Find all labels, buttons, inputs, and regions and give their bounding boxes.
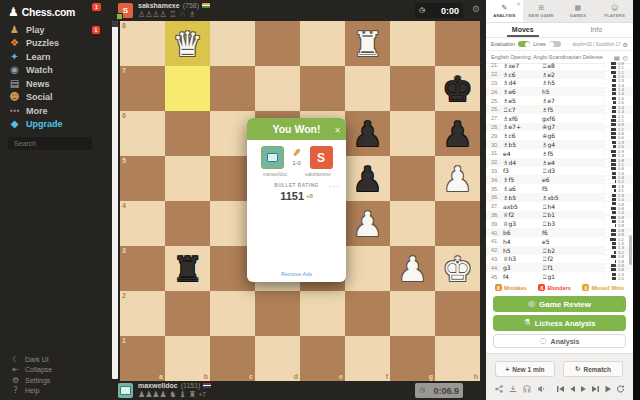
engine-controls: Evaluation Lines depth=20 | Stockfish 17… [486, 38, 633, 51]
square-h3[interactable]: ♚ [435, 246, 480, 291]
sidebar-item-label: Puzzles [26, 38, 59, 48]
mistakes-badge[interactable]: 8Mistakes [495, 284, 527, 291]
move-evaluation: 1.33.2 [604, 246, 626, 254]
square-h7[interactable]: ♚ [435, 66, 480, 111]
move-white[interactable]: ♕f2 [503, 211, 542, 218]
sidebar-item-label: More [26, 106, 48, 116]
move-white[interactable]: ♗xf6 [503, 115, 542, 122]
piece-bP-h6[interactable]: ♟ [435, 111, 480, 156]
rank-label: 6 [122, 112, 126, 119]
rematch-icon: ↻ [575, 365, 580, 373]
rank-label: 3 [122, 247, 126, 254]
close-tab-icon[interactable]: ✕ [516, 1, 521, 7]
material-advantage: +7 [198, 391, 205, 398]
move-white[interactable]: ♗a6 [503, 185, 542, 192]
bullet-rating: 1151 [280, 190, 304, 202]
rating-delta: +8 [306, 193, 313, 199]
move-evaluation: 0.81.1 [604, 158, 626, 166]
square-g1[interactable]: g [390, 336, 435, 381]
move-evaluation: 0.91.3 [604, 150, 626, 158]
panel-tab-games[interactable]: ▦Games [560, 0, 597, 22]
move-evaluation: 1.41.4 [604, 88, 626, 96]
square-e2[interactable] [300, 291, 345, 336]
game-result: 1-0 [292, 160, 301, 166]
square-c2[interactable] [210, 291, 255, 336]
moon-icon: ☾ [10, 355, 21, 364]
evaluation-toggle[interactable] [518, 41, 530, 47]
share-icon[interactable] [495, 385, 503, 393]
rank-label: 8 [122, 22, 126, 29]
move-row[interactable]: 24.♗e6h51.41.4 [486, 87, 633, 96]
move-evaluation: 0.80.8 [604, 264, 626, 272]
bottom-player-name[interactable]: maxwelldoc [138, 382, 178, 389]
game-over-modal: You Won! ✕ 1-0 S ··· maxwelldoc sakshame… [247, 118, 346, 282]
blunders-count: 8 [538, 284, 545, 291]
top-player-bar: S sakshamexe (758) ♙♙♙♙ ♖ ♘ ♗ ◷ 0:00 ⚙ [105, 0, 486, 21]
move-evaluation: 0.91.1 [604, 123, 626, 131]
rank-label: 7 [122, 67, 126, 74]
move-white[interactable]: ♗c6 [503, 71, 542, 78]
move-black[interactable]: ♖g1 [542, 273, 581, 280]
bottom-player-avatar[interactable] [118, 383, 133, 398]
move-row[interactable]: 21.♗xe7♖e80.81.1 [486, 61, 633, 70]
square-h4[interactable] [435, 201, 480, 246]
move-black[interactable]: ♖f1 [542, 264, 581, 271]
missed-badge[interactable]: 0Missed Wins [582, 284, 624, 291]
move-row[interactable]: 36.♗b5♗xb51.91.4 [486, 193, 633, 202]
square-g8[interactable] [390, 21, 435, 66]
social-icon: ☻ [8, 92, 21, 102]
move-evaluation: 1.42.0 [604, 273, 626, 281]
top-captured-pieces: ♙♙♙♙ ♖ ♘ ♗ [138, 10, 196, 19]
analysis-tab-icon: ✎ [501, 5, 507, 12]
jump-end-icon[interactable] [591, 385, 600, 393]
tab-info[interactable]: Info [560, 23, 634, 37]
square-b4[interactable] [165, 201, 210, 246]
move-white[interactable]: e4 [503, 150, 542, 157]
move-row[interactable]: 25.♗e5♗e71.62.6 [486, 96, 633, 105]
move-white[interactable]: f3 [503, 167, 542, 174]
footer-item-dark-ui[interactable]: ☾Dark UI [0, 354, 105, 365]
move-row[interactable]: 42.h5♖b21.33.2 [486, 246, 633, 255]
square-a1[interactable]: 1a [120, 336, 165, 381]
square-a8[interactable]: 8 [120, 21, 165, 66]
piece-wK-h3[interactable]: ♚ [435, 246, 480, 291]
move-black[interactable]: ♖f2 [542, 255, 581, 262]
sidebar-item-label: Play [26, 25, 45, 35]
move-black[interactable]: ♗g4 [542, 141, 581, 148]
move-black[interactable]: ♗f5 [542, 106, 581, 113]
move-row[interactable]: 23.♗d4♗h51.91.4 [486, 79, 633, 88]
move-row[interactable]: 27.♗xf6gxf61.51.1 [486, 114, 633, 123]
square-f5[interactable]: ♟ [345, 156, 390, 201]
move-evaluation: 1.85.2 [604, 176, 626, 184]
rank-label: 1 [122, 337, 126, 344]
top-player-clock: ◷ 0:00 [415, 3, 463, 18]
square-g2[interactable] [390, 291, 435, 336]
bottom-captured-pieces: ♟♟♟♟ ♞ ♝ ♜ [138, 390, 196, 399]
move-white[interactable]: ♗b5 [503, 194, 542, 201]
square-a6[interactable]: 6 [120, 111, 165, 156]
file-label: a [159, 373, 163, 380]
game-review-button[interactable]: ◎ Game Review [493, 296, 626, 312]
piece-bP-f6[interactable]: ♟ [345, 111, 390, 156]
move-black[interactable]: ♗e2 [542, 71, 581, 78]
move-black[interactable]: ♖e8 [542, 62, 581, 69]
square-h6[interactable]: ♟ [435, 111, 480, 156]
move-row[interactable]: 35.♗a6f51.83.1 [486, 184, 633, 193]
sidebar-item-news[interactable]: ▤News [0, 77, 105, 91]
footer-item-help[interactable]: ?Help [0, 386, 105, 397]
modal-header: You Won! ✕ [247, 118, 346, 140]
clock-icon: ◷ [419, 7, 425, 14]
netherlands-flag-icon [203, 383, 211, 388]
file-label: b [204, 373, 208, 380]
move-black[interactable]: f6 [542, 229, 581, 236]
loser-avatar[interactable]: S [310, 146, 333, 169]
panel-tabs: ✎Analysis✕⊞New Game▦Games☺Players [486, 0, 633, 23]
rank-label: 2 [122, 292, 126, 299]
move-black[interactable]: gxf6 [542, 115, 581, 122]
move-evaluation: 0.80.8 [604, 229, 626, 237]
evaluation-bar [112, 21, 118, 379]
autoplay-icon[interactable] [604, 385, 612, 393]
square-a7[interactable]: 7 [120, 66, 165, 111]
sidebar-nav: ♟Play1❖Puzzles✦Learn◉Watch▤News☻Social⋯M… [0, 23, 105, 131]
jump-start-icon[interactable] [556, 385, 565, 393]
square-d2[interactable] [255, 291, 300, 336]
move-black[interactable]: ♗h5 [542, 79, 581, 86]
move-white[interactable]: ♗e6 [503, 88, 542, 95]
help-icon: ? [10, 386, 21, 395]
move-black[interactable]: ♖b2 [542, 247, 581, 254]
move-evaluation: 1.80.8 [604, 202, 626, 210]
rating-label: BULLET RATING [247, 183, 346, 188]
move-black[interactable]: e6 [542, 176, 581, 183]
rank-label: 5 [122, 157, 126, 164]
move-row[interactable]: 29.♗c6♔g60.80.6 [486, 131, 633, 140]
move-row[interactable]: 39.♕g3♖b31.85.8 [486, 219, 633, 228]
file-label: g [429, 373, 433, 380]
move-evaluation: 0.21.3 [604, 238, 626, 246]
evaluation-bar-black [112, 21, 118, 27]
sidebar-item-watch[interactable]: ◉Watch [0, 64, 105, 78]
learn-icon: ✦ [8, 52, 21, 62]
more-icon: ⋯ [8, 106, 21, 116]
india-flag-icon [202, 3, 210, 8]
move-row[interactable]: 31.e4♗f50.91.3 [486, 149, 633, 158]
engine-settings-gear-icon[interactable]: ⚙ [623, 41, 628, 48]
online-indicator [116, 13, 123, 20]
square-e7[interactable] [300, 66, 345, 111]
robot-avatar-face [120, 386, 131, 395]
piece-wP-h5[interactable]: ♟ [435, 156, 480, 201]
move-white[interactable]: ♗b5 [503, 141, 542, 148]
square-f2[interactable] [345, 291, 390, 336]
diamond-icon: ◆ [8, 119, 21, 129]
sidebar-item-puzzles[interactable]: ❖Puzzles [0, 37, 105, 51]
move-black[interactable]: h5 [542, 88, 581, 95]
square-d7[interactable] [255, 66, 300, 111]
sidebar-item-upgrade[interactable]: ◆Upgrade [0, 118, 105, 132]
square-f3[interactable] [345, 246, 390, 291]
move-black[interactable]: f5 [542, 185, 581, 192]
sidebar-item-more[interactable]: ⋯More [0, 104, 105, 118]
board-settings-gear-icon[interactable]: ⚙ [472, 4, 480, 14]
result-row: 1-0 S ··· [247, 146, 346, 169]
winner-avatar[interactable] [261, 146, 284, 169]
library-icon[interactable] [523, 385, 531, 393]
piece-bR-b3[interactable]: ♜ [165, 246, 210, 291]
piece-wP-g3[interactable]: ♟ [390, 246, 435, 291]
window-edge [633, 0, 640, 400]
move-black[interactable]: ♔g7 [542, 123, 581, 130]
footer-item-collapse[interactable]: ⇤Collapse [0, 365, 105, 376]
sidebar-item-label: Upgrade [26, 119, 63, 129]
board-area: S sakshamexe (758) ♙♙♙♙ ♖ ♘ ♗ ◷ 0:00 ⚙ 8… [105, 0, 486, 400]
rank-label: 4 [122, 202, 126, 209]
opening-name[interactable]: English Opening: Anglo-Scandinavian Defe… [491, 54, 603, 60]
square-f8[interactable]: ♜ [345, 21, 390, 66]
square-e8[interactable] [300, 21, 345, 66]
logo-text: Chess.com [22, 6, 75, 18]
chesscom-logo[interactable]: ♟ Chess.com 1 [0, 0, 105, 23]
top-player-avatar[interactable]: S [118, 3, 133, 18]
move-row[interactable]: 26.♖c7♗f51.41.3 [486, 105, 633, 114]
square-g7[interactable] [390, 66, 435, 111]
move-evaluation: 0.81.1 [604, 62, 626, 70]
move-white[interactable]: ♕g3 [503, 220, 542, 227]
bottom-player-clock: ◷ 0:06.9 [415, 383, 463, 398]
modal-title: You Won! [272, 123, 320, 135]
blunders-badge[interactable]: 8Blunders [538, 284, 570, 291]
sidebar-item-label: News [26, 79, 50, 89]
move-evaluation: 1.62.6 [604, 97, 626, 105]
move-black[interactable]: ♗e7 [542, 97, 581, 104]
piece-wP-f4[interactable]: ♟ [345, 201, 390, 246]
loop-icon[interactable] [616, 385, 625, 393]
gear-icon: ⚙ [10, 376, 21, 385]
move-row[interactable]: 30.♗b5♗g41.92.6 [486, 140, 633, 149]
file-label: f [386, 373, 388, 380]
move-black[interactable]: e5 [542, 238, 581, 245]
square-a2[interactable]: 2 [120, 291, 165, 336]
footer-item-settings[interactable]: ⚙Settings [0, 375, 105, 386]
square-b5[interactable] [165, 156, 210, 201]
move-row[interactable]: 41.h4e50.21.3 [486, 237, 633, 246]
square-b8[interactable]: ♛ [165, 21, 210, 66]
move-white[interactable]: g3 [503, 264, 542, 271]
square-d1[interactable]: d [255, 336, 300, 381]
square-f7[interactable] [345, 66, 390, 111]
move-white[interactable]: ♗d4 [503, 159, 542, 166]
file-label: d [294, 373, 298, 380]
panel-tab-analysis[interactable]: ✎Analysis✕ [486, 0, 523, 22]
sidebar-item-learn[interactable]: ✦Learn [0, 50, 105, 64]
square-h8[interactable] [435, 21, 480, 66]
tab-moves[interactable]: Moves [486, 23, 560, 37]
square-d8[interactable] [255, 21, 300, 66]
move-black[interactable]: ♔g6 [542, 132, 581, 139]
move-list: 21.♗xe7♖e80.81.122.♗c6♗e21.12.523.♗d4♗h5… [486, 61, 633, 281]
square-b7[interactable] [165, 66, 210, 111]
lines-toggle[interactable] [549, 41, 561, 47]
analysis-button[interactable]: ◌ Analysis [493, 334, 626, 348]
square-g3[interactable]: ♟ [390, 246, 435, 291]
file-label: e [339, 373, 343, 380]
move-white[interactable]: ♗c6 [503, 132, 542, 139]
move-evaluation: 1.83.1 [604, 185, 626, 193]
move-white[interactable]: ♗f5 [503, 176, 542, 183]
broadcast-icon[interactable] [537, 385, 545, 393]
square-f6[interactable]: ♟ [345, 111, 390, 156]
mistakes-count: 8 [495, 284, 502, 291]
bottom-player-rating: (1151) [181, 382, 201, 389]
panel-footer: + New 1 min ↻ Rematch [486, 353, 633, 400]
move-row[interactable]: 34.♗f5e61.85.2 [486, 175, 633, 184]
next-move-icon[interactable] [580, 385, 587, 393]
move-white[interactable]: ♗xe7 [503, 62, 542, 69]
news-icon: ▤ [8, 79, 21, 89]
close-icon[interactable]: ✕ [334, 120, 341, 142]
move-black[interactable]: ♗e4 [542, 159, 581, 166]
sidebar-item-label: Social [26, 92, 53, 102]
square-b6[interactable] [165, 111, 210, 156]
sidebar-footer: ☾Dark UI⇤Collapse⚙Settings?Help [0, 354, 105, 396]
opening-explorer-icon[interactable]: ◴ [623, 54, 628, 61]
sidebar-item-label: Learn [26, 52, 51, 62]
analysis-panel: ✎Analysis✕⊞New Game▦Games☺Players Moves … [486, 0, 633, 400]
panel-tab-players[interactable]: ☺Players [596, 0, 633, 22]
clock-icon: ◷ [419, 387, 425, 394]
move-black[interactable]: ♗xb5 [542, 194, 581, 201]
square-c8[interactable] [210, 21, 255, 66]
opening-book-icon[interactable]: ▤ [614, 54, 620, 61]
piece-wQ-b8[interactable]: ♛ [165, 21, 210, 66]
square-b1[interactable]: b [165, 336, 210, 381]
square-b3[interactable]: ♜ [165, 246, 210, 291]
new-game-tab-icon: ⊞ [538, 5, 544, 12]
move-white[interactable]: f4 [503, 273, 542, 280]
subtabs: Moves Info [486, 23, 633, 38]
prev-move-icon[interactable] [569, 385, 576, 393]
modal-white-name: maxwelldoc [260, 172, 290, 177]
move-row[interactable]: 43.♕h3♖f20.85.8 [486, 255, 633, 264]
square-c7[interactable] [210, 66, 255, 111]
square-g5[interactable] [390, 156, 435, 201]
download-icon[interactable] [509, 385, 517, 393]
piece-wR-f8[interactable]: ♜ [345, 21, 390, 66]
move-row[interactable]: 38.♕f2♖b11.40.8 [486, 211, 633, 220]
move-row[interactable]: 45.f4♖g11.42.0 [486, 272, 633, 281]
new-game-button[interactable]: + New 1 min [495, 361, 555, 377]
move-evaluation: 1.41.3 [604, 106, 626, 114]
lichess-analysis-button[interactable]: ⚗ Lichess Analysis [493, 315, 626, 331]
move-white[interactable]: ♖c7 [503, 106, 542, 113]
rematch-button[interactable]: ↻ Rematch [563, 361, 623, 377]
move-white[interactable]: ♕h3 [503, 255, 542, 262]
square-a5[interactable]: 5 [120, 156, 165, 201]
sidebar-item-play[interactable]: ♟Play1 [0, 23, 105, 37]
move-white[interactable]: h4 [503, 238, 542, 245]
square-f1[interactable]: f [345, 336, 390, 381]
move-evaluation: 0.85.8 [604, 255, 626, 263]
move-black[interactable]: ♖b3 [542, 220, 581, 227]
pawn-icon: ♟ [8, 25, 21, 35]
move-white[interactable]: axb5 [503, 203, 542, 210]
square-h1[interactable]: h [435, 336, 480, 381]
notification-badge[interactable]: 1 [92, 3, 101, 11]
game-review-icon: ◎ [528, 300, 535, 308]
square-h2[interactable] [435, 291, 480, 336]
magnifier-icon: ◌ [540, 337, 547, 345]
move-row[interactable]: 40.b6f60.80.8 [486, 228, 633, 237]
scrollbar-thumb[interactable] [629, 235, 632, 265]
move-evaluation: 1.85.8 [604, 220, 626, 228]
move-black[interactable]: ♖d3 [542, 167, 581, 174]
square-h5[interactable]: ♟ [435, 156, 480, 201]
move-row[interactable]: 28.♗e7+♔g70.91.1 [486, 123, 633, 132]
square-c1[interactable]: c [210, 336, 255, 381]
move-evaluation: 1.92.6 [604, 141, 626, 149]
flask-icon: ⚗ [524, 319, 531, 327]
piece-bK-h7[interactable]: ♚ [435, 66, 480, 111]
move-row[interactable]: 22.♗c6♗e21.12.5 [486, 70, 633, 79]
move-white[interactable]: ♗d4 [503, 79, 542, 86]
move-evaluation: 0.80.6 [604, 132, 626, 140]
move-row[interactable]: 33.f3♖d30.81.4 [486, 167, 633, 176]
move-white[interactable]: h5 [503, 247, 542, 254]
bullet-game-icon [292, 148, 301, 157]
watch-icon: ◉ [8, 65, 21, 75]
move-row[interactable]: 37.axb5♖h41.80.8 [486, 202, 633, 211]
games-tab-icon: ▦ [575, 5, 582, 12]
square-b2[interactable] [165, 291, 210, 336]
square-g6[interactable] [390, 111, 435, 156]
move-evaluation: 1.40.8 [604, 211, 626, 219]
square-a4[interactable]: 4 [120, 201, 165, 246]
engine-info: depth=20 | Stockfish 17 [573, 42, 621, 47]
search-input[interactable] [8, 137, 92, 150]
file-label: c [249, 373, 253, 380]
move-row[interactable]: 44.g3♖f10.80.8 [486, 263, 633, 272]
top-player-name[interactable]: sakshamexe [138, 2, 180, 9]
missed-count: 0 [582, 284, 589, 291]
move-white[interactable]: b6 [503, 229, 542, 236]
piece-bP-f5[interactable]: ♟ [345, 156, 390, 201]
remove-ads-link[interactable]: Remove Ads [247, 271, 346, 277]
plus-icon: + [506, 366, 510, 373]
nav-badge: 1 [92, 26, 100, 34]
file-label: h [474, 373, 478, 380]
square-e1[interactable]: e [300, 336, 345, 381]
square-g4[interactable] [390, 201, 435, 246]
sidebar-item-label: Watch [26, 65, 53, 75]
move-white[interactable]: ♗e5 [503, 97, 542, 104]
square-f4[interactable]: ♟ [345, 201, 390, 246]
move-black[interactable]: ♖b1 [542, 211, 581, 218]
square-a3[interactable]: 3 [120, 246, 165, 291]
move-black[interactable]: ♗f5 [542, 150, 581, 157]
modal-black-name: sakshamexe [303, 172, 333, 177]
move-black[interactable]: ♖h4 [542, 203, 581, 210]
move-row[interactable]: 32.♗d4♗e40.81.1 [486, 158, 633, 167]
sidebar-item-social[interactable]: ☻Social [0, 91, 105, 105]
move-white[interactable]: ♗e7+ [503, 123, 542, 130]
puzzle-icon: ❖ [8, 38, 21, 48]
collapse-icon: ⇤ [10, 365, 21, 374]
panel-tab-new-game[interactable]: ⊞New Game [523, 0, 560, 22]
